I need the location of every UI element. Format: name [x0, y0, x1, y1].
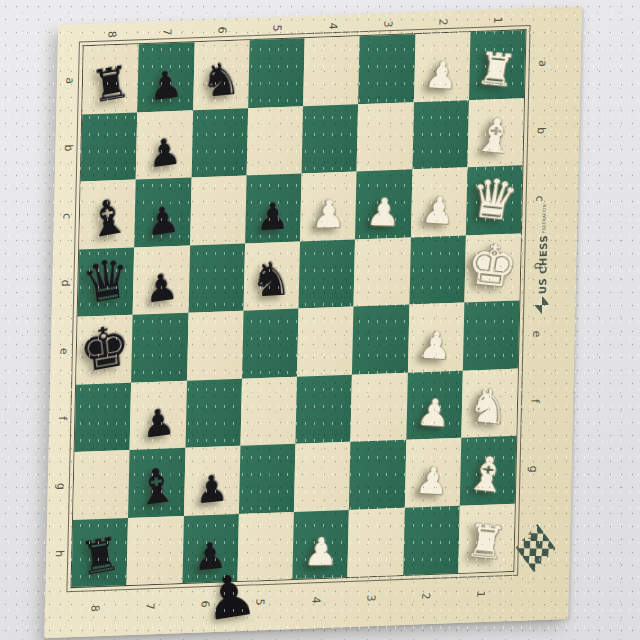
piece-white-pawn-c4: ♟ — [310, 195, 346, 234]
label-rank-top-1: 1 — [493, 16, 504, 23]
piece-white-bishop-g1: ♝ — [463, 448, 512, 499]
piece-white-king-d1: ♚ — [463, 235, 523, 297]
label-file-left-f: f — [57, 416, 68, 420]
piece-white-pawn-g2: ♟ — [414, 461, 451, 500]
piece-black-rook-h8: ♜ — [77, 530, 123, 583]
label-file-left-c: c — [61, 213, 72, 219]
piece-black-pawn-g6: ♟ — [194, 469, 228, 509]
diamond-logo-icon — [535, 296, 550, 315]
label-rank-top-3: 3 — [382, 20, 393, 27]
label-file-right-c: c — [534, 195, 545, 201]
label-rank-bottom-2: 2 — [420, 592, 431, 599]
label-file-right-f: f — [530, 399, 541, 403]
piece-black-pawn-f7: ♟ — [140, 403, 176, 444]
checker-diamond-logo-icon — [514, 524, 557, 573]
piece-black-pawn-c5: ♟ — [256, 197, 289, 236]
piece-white-pawn-e2: ♟ — [417, 326, 454, 365]
piece-black-pawn-b7: ♟ — [146, 132, 182, 173]
piece-black-bishop-g7: ♝ — [133, 459, 179, 512]
piece-white-rook-a1: ♜ — [474, 46, 520, 94]
label-rank-bottom-1: 1 — [476, 590, 487, 597]
piece-white-pawn-h4: ♟ — [303, 533, 339, 572]
label-file-left-e: e — [58, 347, 69, 354]
label-rank-bottom-8: 8 — [89, 605, 100, 612]
piece-black-knight-a6: ♞ — [200, 55, 242, 104]
photo-background: 8877665544332211aabbccddeeffgghh ♜♟♞♟♝♟♛… — [0, 0, 640, 640]
label-file-left-d: d — [60, 280, 71, 287]
label-file-left-b: b — [63, 144, 74, 151]
us-chess-logo: US CHESS FEDERATION — [519, 203, 567, 315]
piece-white-pawn-c2: ♟ — [420, 191, 457, 230]
label-rank-top-4: 4 — [327, 22, 338, 29]
piece-black-queen-d8: ♛ — [78, 250, 133, 313]
coordinate-labels: 8877665544332211aabbccddeeffgghh — [58, 6, 582, 25]
piece-white-rook-h1: ♜ — [463, 518, 510, 567]
piece-white-pawn-f2: ♟ — [415, 394, 452, 433]
label-file-left-h: h — [54, 550, 65, 557]
piece-white-queen-c1: ♛ — [466, 170, 522, 229]
logo-subtitle: FEDERATION — [541, 203, 547, 232]
chess-board-mat: 8877665544332211aabbccddeeffgghh ♜♟♞♟♝♟♛… — [44, 6, 582, 638]
label-file-left-a: a — [64, 77, 75, 84]
label-file-left-g: g — [55, 482, 66, 489]
piece-white-knight-f1: ♞ — [465, 382, 513, 432]
label-file-right-b: b — [536, 127, 547, 134]
label-rank-top-2: 2 — [437, 18, 448, 25]
piece-black-bishop-c8: ♝ — [83, 190, 131, 245]
label-file-right-e: e — [531, 330, 542, 337]
label-rank-bottom-3: 3 — [365, 594, 376, 601]
label-rank-top-5: 5 — [272, 24, 283, 31]
logo-title: US CHESS — [537, 235, 549, 295]
label-rank-top-8: 8 — [106, 31, 117, 38]
piece-white-pawn-a2: ♟ — [423, 56, 460, 95]
label-rank-bottom-4: 4 — [310, 596, 321, 603]
pieces-layer: ♜♟♞♟♝♟♛♟♚♟♝♟♟♜♟♞♜♟♝♛♟♟♟♚♟♟♞♟♝♜♟ — [72, 30, 526, 587]
piece-black-pawn-a7: ♟ — [147, 64, 184, 106]
piece-white-pawn-c3: ♟ — [365, 193, 402, 232]
label-file-right-g: g — [528, 465, 539, 472]
piece-black-pawn-c7: ♟ — [145, 200, 181, 241]
label-rank-bottom-7: 7 — [144, 603, 155, 610]
piece-black-pawn-d7: ♟ — [143, 268, 179, 309]
piece-white-bishop-b1: ♝ — [471, 110, 520, 161]
label-rank-top-6: 6 — [217, 27, 228, 34]
captured-black-pawn: ♟ — [200, 564, 260, 629]
piece-black-king-e8: ♚ — [76, 315, 133, 380]
label-file-right-a: a — [537, 60, 548, 67]
label-rank-top-7: 7 — [161, 29, 172, 36]
piece-black-knight-d5: ♞ — [250, 254, 292, 303]
piece-black-rook-a8: ♜ — [88, 59, 132, 109]
